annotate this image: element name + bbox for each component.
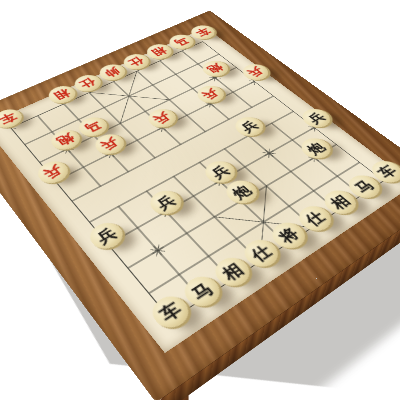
- scene-3d: 车相仕帅仕相马车炮马炮兵兵兵兵兵兵兵兵兵兵炮炮车马相仕将仕相马车: [0, 0, 400, 400]
- screenshot-stage: 车相仕帅仕相马车炮马炮兵兵兵兵兵兵兵兵兵兵炮炮车马相仕将仕相马车: [0, 0, 400, 400]
- xiangqi-table: 车相仕帅仕相马车炮马炮兵兵兵兵兵兵兵兵兵兵炮炮车马相仕将仕相马车: [0, 10, 400, 400]
